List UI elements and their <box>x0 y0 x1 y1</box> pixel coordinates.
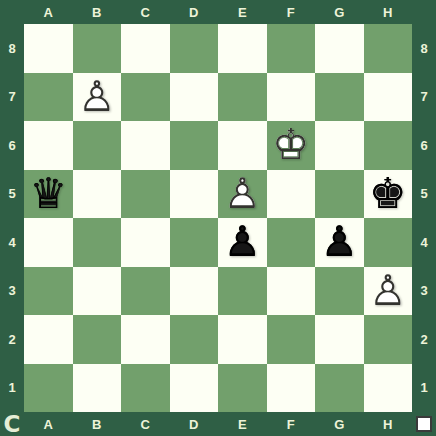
square-e1[interactable] <box>218 364 267 413</box>
square-g7[interactable] <box>315 73 364 122</box>
rank-label-left-2: 2 <box>0 315 24 364</box>
square-f6[interactable]: ♚♔ <box>267 121 316 170</box>
square-g4[interactable]: ♟♙ <box>315 218 364 267</box>
square-g3[interactable] <box>315 267 364 316</box>
rank-label-right-7: 7 <box>412 73 436 122</box>
square-c4[interactable] <box>121 218 170 267</box>
file-label-bottom-c: C <box>121 412 170 436</box>
white-pawn-glyph: ♟ <box>218 170 267 219</box>
black-queen-outline-glyph: ♕ <box>24 170 73 219</box>
square-f5[interactable] <box>267 170 316 219</box>
square-h1[interactable] <box>364 364 413 413</box>
square-e4[interactable]: ♟♙ <box>218 218 267 267</box>
square-g6[interactable] <box>315 121 364 170</box>
square-c8[interactable] <box>121 24 170 73</box>
frame-corner-top-left <box>0 0 24 24</box>
square-c3[interactable] <box>121 267 170 316</box>
square-b6[interactable] <box>73 121 122 170</box>
square-a7[interactable] <box>24 73 73 122</box>
file-label-bottom-e: E <box>218 412 267 436</box>
white-pawn-h3[interactable]: ♟♙ <box>364 267 413 316</box>
black-pawn-outline-glyph: ♙ <box>315 218 364 267</box>
square-a4[interactable] <box>24 218 73 267</box>
square-f3[interactable] <box>267 267 316 316</box>
rank-label-right-6: 6 <box>412 121 436 170</box>
black-pawn-e4[interactable]: ♟♙ <box>218 218 267 267</box>
square-d4[interactable] <box>170 218 219 267</box>
white-pawn-outline-glyph: ♙ <box>73 73 122 122</box>
square-c6[interactable] <box>121 121 170 170</box>
rank-label-left-3: 3 <box>0 267 24 316</box>
square-g2[interactable] <box>315 315 364 364</box>
file-label-bottom-h: H <box>364 412 413 436</box>
square-h7[interactable] <box>364 73 413 122</box>
file-label-top-a: A <box>24 0 73 24</box>
square-g8[interactable] <box>315 24 364 73</box>
file-label-top-e: E <box>218 0 267 24</box>
square-c2[interactable] <box>121 315 170 364</box>
white-king-outline-glyph: ♔ <box>267 121 316 170</box>
chess-board-frame: ABCDEFGH887♟♙76♚♔65♛♕♟♙♚♔54♟♙♟♙43♟♙32211… <box>0 0 436 436</box>
white-pawn-e5[interactable]: ♟♙ <box>218 170 267 219</box>
square-e8[interactable] <box>218 24 267 73</box>
square-d2[interactable] <box>170 315 219 364</box>
square-f8[interactable] <box>267 24 316 73</box>
white-to-move-indicator <box>416 416 432 432</box>
square-d6[interactable] <box>170 121 219 170</box>
rank-label-right-3: 3 <box>412 267 436 316</box>
rank-label-right-2: 2 <box>412 315 436 364</box>
square-h6[interactable] <box>364 121 413 170</box>
square-b8[interactable] <box>73 24 122 73</box>
frame-corner-bottom-left: C <box>0 412 24 436</box>
square-d5[interactable] <box>170 170 219 219</box>
square-c5[interactable] <box>121 170 170 219</box>
square-h2[interactable] <box>364 315 413 364</box>
square-b1[interactable] <box>73 364 122 413</box>
black-queen-glyph: ♛ <box>24 170 73 219</box>
square-b4[interactable] <box>73 218 122 267</box>
white-pawn-b7[interactable]: ♟♙ <box>73 73 122 122</box>
square-d7[interactable] <box>170 73 219 122</box>
square-e3[interactable] <box>218 267 267 316</box>
file-label-top-f: F <box>267 0 316 24</box>
square-a1[interactable] <box>24 364 73 413</box>
square-e7[interactable] <box>218 73 267 122</box>
frame-corner-bottom-right <box>412 412 436 436</box>
rank-label-right-5: 5 <box>412 170 436 219</box>
square-h3[interactable]: ♟♙ <box>364 267 413 316</box>
file-label-top-b: B <box>73 0 122 24</box>
square-g1[interactable] <box>315 364 364 413</box>
frame-corner-top-right <box>412 0 436 24</box>
square-b7[interactable]: ♟♙ <box>73 73 122 122</box>
rank-label-left-8: 8 <box>0 24 24 73</box>
square-c1[interactable] <box>121 364 170 413</box>
square-d3[interactable] <box>170 267 219 316</box>
file-label-bottom-d: D <box>170 412 219 436</box>
square-e2[interactable] <box>218 315 267 364</box>
white-king-glyph: ♚ <box>267 121 316 170</box>
square-a2[interactable] <box>24 315 73 364</box>
rank-label-left-6: 6 <box>0 121 24 170</box>
square-a8[interactable] <box>24 24 73 73</box>
square-g5[interactable] <box>315 170 364 219</box>
rank-label-left-4: 4 <box>0 218 24 267</box>
file-label-top-c: C <box>121 0 170 24</box>
square-a6[interactable] <box>24 121 73 170</box>
square-h5[interactable]: ♚♔ <box>364 170 413 219</box>
square-d8[interactable] <box>170 24 219 73</box>
file-label-top-h: H <box>364 0 413 24</box>
file-label-bottom-b: B <box>73 412 122 436</box>
square-h4[interactable] <box>364 218 413 267</box>
white-king-f6[interactable]: ♚♔ <box>267 121 316 170</box>
rank-label-left-5: 5 <box>0 170 24 219</box>
white-pawn-glyph: ♟ <box>73 73 122 122</box>
black-queen-a5[interactable]: ♛♕ <box>24 170 73 219</box>
rank-label-right-4: 4 <box>412 218 436 267</box>
file-label-bottom-a: A <box>24 412 73 436</box>
square-f1[interactable] <box>267 364 316 413</box>
black-pawn-glyph: ♟ <box>218 218 267 267</box>
file-label-top-d: D <box>170 0 219 24</box>
black-pawn-outline-glyph: ♙ <box>218 218 267 267</box>
square-f7[interactable] <box>267 73 316 122</box>
square-e5[interactable]: ♟♙ <box>218 170 267 219</box>
square-a5[interactable]: ♛♕ <box>24 170 73 219</box>
rank-label-left-1: 1 <box>0 364 24 413</box>
rank-label-left-7: 7 <box>0 73 24 122</box>
square-b3[interactable] <box>73 267 122 316</box>
square-e6[interactable] <box>218 121 267 170</box>
file-label-bottom-f: F <box>267 412 316 436</box>
square-c7[interactable] <box>121 73 170 122</box>
black-pawn-g4[interactable]: ♟♙ <box>315 218 364 267</box>
black-pawn-glyph: ♟ <box>315 218 364 267</box>
square-b5[interactable] <box>73 170 122 219</box>
diagram-logo: C <box>4 413 21 436</box>
white-pawn-outline-glyph: ♙ <box>364 267 413 316</box>
square-d1[interactable] <box>170 364 219 413</box>
square-f4[interactable] <box>267 218 316 267</box>
square-b2[interactable] <box>73 315 122 364</box>
white-pawn-glyph: ♟ <box>364 267 413 316</box>
file-label-bottom-g: G <box>315 412 364 436</box>
black-king-glyph: ♚ <box>364 170 413 219</box>
black-king-outline-glyph: ♔ <box>364 170 413 219</box>
square-a3[interactable] <box>24 267 73 316</box>
black-king-h5[interactable]: ♚♔ <box>364 170 413 219</box>
square-f2[interactable] <box>267 315 316 364</box>
square-h8[interactable] <box>364 24 413 73</box>
rank-label-right-8: 8 <box>412 24 436 73</box>
white-pawn-outline-glyph: ♙ <box>218 170 267 219</box>
rank-label-right-1: 1 <box>412 364 436 413</box>
file-label-top-g: G <box>315 0 364 24</box>
